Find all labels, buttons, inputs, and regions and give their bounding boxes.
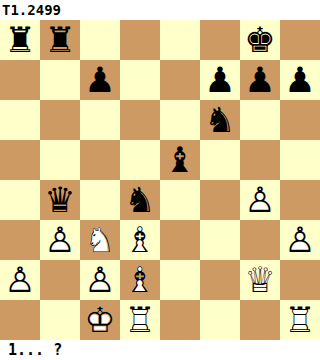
square-f5[interactable]	[200, 140, 240, 180]
square-f4[interactable]	[200, 180, 240, 220]
square-b3[interactable]: ♟♙	[40, 220, 80, 260]
square-c8[interactable]	[80, 20, 120, 60]
white-pawn-outline-icon: ♙	[0, 260, 40, 300]
square-a8[interactable]: ♜	[0, 20, 40, 60]
black-pawn-icon: ♟	[200, 60, 240, 100]
white-queen-outline-icon: ♕	[240, 260, 280, 300]
square-d2[interactable]: ♝♗	[120, 260, 160, 300]
square-b2[interactable]	[40, 260, 80, 300]
black-pawn-icon: ♟	[80, 60, 120, 100]
piece-white-rook[interactable]: ♜♖	[280, 300, 320, 340]
square-c1[interactable]: ♚♔	[80, 300, 120, 340]
square-e4[interactable]	[160, 180, 200, 220]
square-h7[interactable]: ♟	[280, 60, 320, 100]
square-f7[interactable]: ♟	[200, 60, 240, 100]
piece-white-pawn[interactable]: ♟♙	[80, 260, 120, 300]
white-pawn-outline-icon: ♙	[280, 220, 320, 260]
header-bar: T1.2499	[0, 0, 320, 20]
square-c7[interactable]: ♟	[80, 60, 120, 100]
piece-black-pawn[interactable]: ♟	[200, 60, 240, 100]
square-d8[interactable]	[120, 20, 160, 60]
square-c2[interactable]: ♟♙	[80, 260, 120, 300]
black-pawn-icon: ♟	[280, 60, 320, 100]
square-a3[interactable]	[0, 220, 40, 260]
square-b1[interactable]	[40, 300, 80, 340]
piece-white-pawn[interactable]: ♟♙	[240, 180, 280, 220]
black-pawn-icon: ♟	[240, 60, 280, 100]
piece-white-knight[interactable]: ♞♘	[80, 220, 120, 260]
black-rook-icon: ♜	[40, 20, 80, 60]
square-c4[interactable]	[80, 180, 120, 220]
piece-white-pawn[interactable]: ♟♙	[40, 220, 80, 260]
piece-black-queen[interactable]: ♛	[40, 180, 80, 220]
square-d5[interactable]	[120, 140, 160, 180]
piece-black-bishop[interactable]: ♝	[160, 140, 200, 180]
piece-white-queen[interactable]: ♛♕	[240, 260, 280, 300]
square-e3[interactable]	[160, 220, 200, 260]
square-c6[interactable]	[80, 100, 120, 140]
square-c3[interactable]: ♞♘	[80, 220, 120, 260]
white-pawn-outline-icon: ♙	[240, 180, 280, 220]
white-bishop-outline-icon: ♗	[120, 220, 160, 260]
square-d7[interactable]	[120, 60, 160, 100]
piece-black-knight[interactable]: ♞	[120, 180, 160, 220]
piece-black-knight[interactable]: ♞	[200, 100, 240, 140]
white-pawn-outline-icon: ♙	[80, 260, 120, 300]
square-e6[interactable]	[160, 100, 200, 140]
square-d6[interactable]	[120, 100, 160, 140]
status-bar: 1... ?	[0, 340, 320, 360]
square-b4[interactable]: ♛	[40, 180, 80, 220]
square-g3[interactable]	[240, 220, 280, 260]
piece-white-king[interactable]: ♚♔	[80, 300, 120, 340]
square-h1[interactable]: ♜♖	[280, 300, 320, 340]
square-h5[interactable]	[280, 140, 320, 180]
square-c5[interactable]	[80, 140, 120, 180]
square-h4[interactable]	[280, 180, 320, 220]
square-g2[interactable]: ♛♕	[240, 260, 280, 300]
square-f8[interactable]	[200, 20, 240, 60]
square-e1[interactable]	[160, 300, 200, 340]
white-rook-outline-icon: ♖	[280, 300, 320, 340]
square-b5[interactable]	[40, 140, 80, 180]
square-a1[interactable]	[0, 300, 40, 340]
piece-white-bishop[interactable]: ♝♗	[120, 220, 160, 260]
move-prompt: 1... ?	[8, 340, 62, 360]
piece-black-king[interactable]: ♚	[240, 20, 280, 60]
square-h8[interactable]	[280, 20, 320, 60]
square-a4[interactable]	[0, 180, 40, 220]
square-g1[interactable]	[240, 300, 280, 340]
square-f1[interactable]	[200, 300, 240, 340]
piece-white-pawn[interactable]: ♟♙	[280, 220, 320, 260]
square-f6[interactable]: ♞	[200, 100, 240, 140]
white-pawn-outline-icon: ♙	[40, 220, 80, 260]
square-g5[interactable]	[240, 140, 280, 180]
test-id-label: T1.2499	[2, 0, 61, 20]
white-bishop-outline-icon: ♗	[120, 260, 160, 300]
square-e2[interactable]	[160, 260, 200, 300]
piece-black-pawn[interactable]: ♟	[240, 60, 280, 100]
square-e5[interactable]: ♝	[160, 140, 200, 180]
square-f3[interactable]	[200, 220, 240, 260]
black-knight-icon: ♞	[120, 180, 160, 220]
piece-black-rook[interactable]: ♜	[40, 20, 80, 60]
square-h6[interactable]	[280, 100, 320, 140]
square-e7[interactable]	[160, 60, 200, 100]
piece-white-rook[interactable]: ♜♖	[120, 300, 160, 340]
square-d3[interactable]: ♝♗	[120, 220, 160, 260]
square-d4[interactable]: ♞	[120, 180, 160, 220]
black-bishop-icon: ♝	[160, 140, 200, 180]
white-king-outline-icon: ♔	[80, 300, 120, 340]
square-e8[interactable]	[160, 20, 200, 60]
piece-black-pawn[interactable]: ♟	[280, 60, 320, 100]
black-queen-icon: ♛	[40, 180, 80, 220]
square-a2[interactable]: ♟♙	[0, 260, 40, 300]
square-a7[interactable]	[0, 60, 40, 100]
chess-board: ♜♜♚♟♟♟♟♞♝♛♞♟♙♟♙♞♘♝♗♟♙♟♙♟♙♝♗♛♕♚♔♜♖♜♖	[0, 20, 320, 340]
square-g4[interactable]: ♟♙	[240, 180, 280, 220]
chess-app: T1.2499 ♜♜♚♟♟♟♟♞♝♛♞♟♙♟♙♞♘♝♗♟♙♟♙♟♙♝♗♛♕♚♔♜…	[0, 0, 320, 360]
square-b6[interactable]	[40, 100, 80, 140]
square-a6[interactable]	[0, 100, 40, 140]
square-g8[interactable]: ♚	[240, 20, 280, 60]
square-b7[interactable]	[40, 60, 80, 100]
piece-white-bishop[interactable]: ♝♗	[120, 260, 160, 300]
square-g6[interactable]	[240, 100, 280, 140]
black-rook-icon: ♜	[0, 20, 40, 60]
white-rook-outline-icon: ♖	[120, 300, 160, 340]
square-h2[interactable]	[280, 260, 320, 300]
black-king-icon: ♚	[240, 20, 280, 60]
square-a5[interactable]	[0, 140, 40, 180]
square-f2[interactable]	[200, 260, 240, 300]
piece-black-rook[interactable]: ♜	[0, 20, 40, 60]
black-knight-icon: ♞	[200, 100, 240, 140]
white-knight-outline-icon: ♘	[80, 220, 120, 260]
piece-black-pawn[interactable]: ♟	[80, 60, 120, 100]
square-g7[interactable]: ♟	[240, 60, 280, 100]
piece-white-pawn[interactable]: ♟♙	[0, 260, 40, 300]
square-h3[interactable]: ♟♙	[280, 220, 320, 260]
square-b8[interactable]: ♜	[40, 20, 80, 60]
square-d1[interactable]: ♜♖	[120, 300, 160, 340]
